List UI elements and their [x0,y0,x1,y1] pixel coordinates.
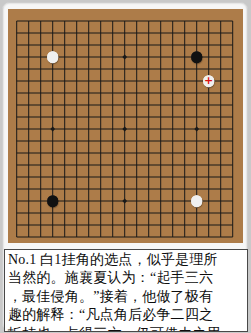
board-grid [8,9,243,243]
commentary-line: ，最佳侵角。”接着，他做了极有 [8,288,244,306]
commentary-line: 当然的。施襄夏认为：“起手三六 [8,269,244,287]
stone-white: ● [47,51,59,63]
commentary-line: No.1 白1挂角的选点，似乎是理所 [8,251,244,269]
star-point [122,55,127,60]
stone-white: ● [191,195,203,207]
commentary-line: 拆挂也，占得三六，仍可借力之用 [8,325,244,332]
star-point [194,127,199,132]
go-board: ●●●+●● [8,9,243,243]
stone-white-marked: ●+ [203,75,215,87]
stone-black: ● [191,51,203,63]
stone-black: ● [47,195,59,207]
move-marker-cross-icon: + [203,75,215,87]
commentary-box: No.1 白1挂角的选点，似乎是理所 当然的。施襄夏认为：“起手三六 ，最佳侵角… [4,249,248,332]
page-background: ●●●+●● No.1 白1挂角的选点，似乎是理所 当然的。施襄夏认为：“起手三… [0,0,251,333]
star-point [122,199,127,204]
star-point [122,127,127,132]
commentary-line: 趣的解释：“凡点角后必争二四之 [8,306,244,324]
star-point [50,127,55,132]
